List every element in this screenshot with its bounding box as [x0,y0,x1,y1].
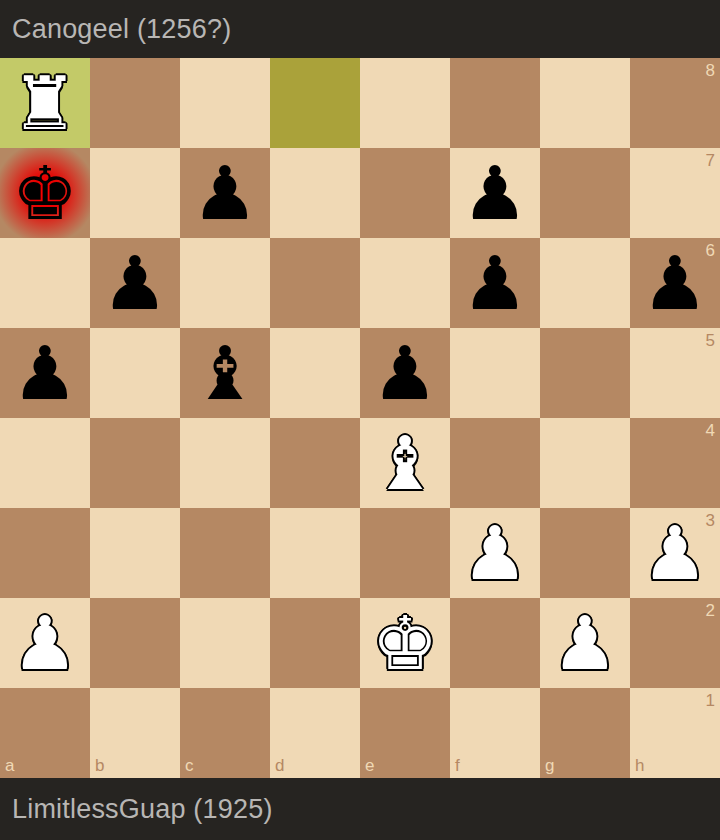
square-f8[interactable] [450,58,540,148]
square-g5[interactable] [540,328,630,418]
black-pawn-piece[interactable]: ♟ [630,238,720,328]
rank-label-1: 1 [706,692,715,709]
square-f4[interactable] [450,418,540,508]
square-a4[interactable] [0,418,90,508]
square-d4[interactable] [270,418,360,508]
rank-label-5: 5 [706,332,715,349]
opponent-player-bar: Canogeel (1256?) [0,0,720,58]
square-b3[interactable] [90,508,180,598]
square-c8[interactable] [180,58,270,148]
square-e8[interactable] [360,58,450,148]
black-pawn-piece[interactable]: ♟ [0,328,90,418]
white-pawn-piece[interactable]: ♟ [540,598,630,688]
square-d2[interactable] [270,598,360,688]
square-e4[interactable]: ♝ [360,418,450,508]
square-g1[interactable]: g [540,688,630,778]
square-b4[interactable] [90,418,180,508]
opponent-name-rating: Canogeel (1256?) [12,14,231,45]
white-pawn-piece[interactable]: ♟ [450,508,540,598]
square-g7[interactable] [540,148,630,238]
black-pawn-piece[interactable]: ♟ [180,148,270,238]
square-a2[interactable]: ♟ [0,598,90,688]
square-c5[interactable]: ♝ [180,328,270,418]
square-g6[interactable] [540,238,630,328]
square-b6[interactable]: ♟ [90,238,180,328]
square-g4[interactable] [540,418,630,508]
white-pawn-piece[interactable]: ♟ [630,508,720,598]
white-pawn-piece[interactable]: ♟ [0,598,90,688]
square-c6[interactable] [180,238,270,328]
square-e6[interactable] [360,238,450,328]
square-g2[interactable]: ♟ [540,598,630,688]
square-c2[interactable] [180,598,270,688]
square-c3[interactable] [180,508,270,598]
square-e7[interactable] [360,148,450,238]
square-h1[interactable]: 1h [630,688,720,778]
square-e3[interactable] [360,508,450,598]
black-bishop-piece[interactable]: ♝ [180,328,270,418]
square-g3[interactable] [540,508,630,598]
black-pawn-piece[interactable]: ♟ [450,238,540,328]
file-label-a: a [5,757,14,774]
square-e5[interactable]: ♟ [360,328,450,418]
square-b1[interactable]: b [90,688,180,778]
square-d6[interactable] [270,238,360,328]
square-b7[interactable] [90,148,180,238]
square-d5[interactable] [270,328,360,418]
square-h8[interactable]: 8 [630,58,720,148]
square-a5[interactable]: ♟ [0,328,90,418]
file-label-d: d [275,757,284,774]
file-label-f: f [455,757,460,774]
black-pawn-piece[interactable]: ♟ [90,238,180,328]
square-b2[interactable] [90,598,180,688]
square-c4[interactable] [180,418,270,508]
rank-label-2: 2 [706,602,715,619]
square-e2[interactable]: ♚ [360,598,450,688]
white-bishop-piece[interactable]: ♝ [360,418,450,508]
bottom-player-name-rating: LimitlessGuap (1925) [12,794,273,825]
square-h7[interactable]: 7 [630,148,720,238]
rank-label-7: 7 [706,152,715,169]
square-e1[interactable]: e [360,688,450,778]
file-label-b: b [95,757,104,774]
square-d7[interactable] [270,148,360,238]
square-f6[interactable]: ♟ [450,238,540,328]
white-king-piece[interactable]: ♚ [360,598,450,688]
square-h4[interactable]: 4 [630,418,720,508]
square-f2[interactable] [450,598,540,688]
rank-label-8: 8 [706,62,715,79]
square-d3[interactable] [270,508,360,598]
square-c7[interactable]: ♟ [180,148,270,238]
square-f3[interactable]: ♟ [450,508,540,598]
square-f7[interactable]: ♟ [450,148,540,238]
square-h6[interactable]: ♟6 [630,238,720,328]
black-pawn-piece[interactable]: ♟ [360,328,450,418]
black-king-piece[interactable]: ♚ [0,148,90,238]
black-pawn-piece[interactable]: ♟ [450,148,540,238]
square-g8[interactable] [540,58,630,148]
file-label-g: g [545,757,554,774]
bottom-player-bar: LimitlessGuap (1925) [0,778,720,840]
file-label-e: e [365,757,374,774]
rank-label-4: 4 [706,422,715,439]
square-h3[interactable]: ♟3 [630,508,720,598]
square-h5[interactable]: 5 [630,328,720,418]
square-d1[interactable]: d [270,688,360,778]
square-d8[interactable] [270,58,360,148]
file-label-c: c [185,757,194,774]
square-f1[interactable]: f [450,688,540,778]
square-a1[interactable]: a [0,688,90,778]
square-b5[interactable] [90,328,180,418]
square-f5[interactable] [450,328,540,418]
square-a7[interactable]: ♚ [0,148,90,238]
square-a8[interactable]: ♜ [0,58,90,148]
square-b8[interactable] [90,58,180,148]
square-a3[interactable] [0,508,90,598]
white-rook-piece[interactable]: ♜ [0,58,90,148]
square-h2[interactable]: 2 [630,598,720,688]
chess-board: ♜8♚♟♟7♟♟♟6♟♝♟5♝4♟♟3♟♚♟2abcdefg1h [0,58,720,778]
file-label-h: h [635,757,644,774]
square-c1[interactable]: c [180,688,270,778]
square-a6[interactable] [0,238,90,328]
